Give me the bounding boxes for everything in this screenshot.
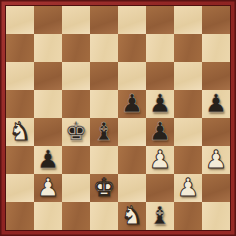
square-h6[interactable] xyxy=(202,62,230,90)
white-pawn[interactable]: ♟ xyxy=(34,174,62,202)
square-e2[interactable] xyxy=(118,174,146,202)
square-a5[interactable] xyxy=(6,90,34,118)
square-h2[interactable] xyxy=(202,174,230,202)
black-pawn[interactable]: ♟ xyxy=(146,118,174,146)
chess-board: ♟♟♟♞♚♝♟♟♟♟♟♚♟♞♝ xyxy=(6,6,230,230)
square-h5[interactable]: ♟ xyxy=(202,90,230,118)
black-bishop[interactable]: ♝ xyxy=(90,118,118,146)
square-a6[interactable] xyxy=(6,62,34,90)
square-c1[interactable] xyxy=(62,202,90,230)
square-b3[interactable]: ♟ xyxy=(34,146,62,174)
square-g1[interactable] xyxy=(174,202,202,230)
chess-board-frame: ♟♟♟♞♚♝♟♟♟♟♟♚♟♞♝ xyxy=(0,0,236,236)
square-d8[interactable] xyxy=(90,6,118,34)
square-d3[interactable] xyxy=(90,146,118,174)
square-b5[interactable] xyxy=(34,90,62,118)
square-g8[interactable] xyxy=(174,6,202,34)
black-bishop[interactable]: ♝ xyxy=(146,202,174,230)
white-knight[interactable]: ♞ xyxy=(6,118,34,146)
square-b6[interactable] xyxy=(34,62,62,90)
square-e8[interactable] xyxy=(118,6,146,34)
square-d7[interactable] xyxy=(90,34,118,62)
black-pawn[interactable]: ♟ xyxy=(118,90,146,118)
square-g5[interactable] xyxy=(174,90,202,118)
square-e3[interactable] xyxy=(118,146,146,174)
white-pawn[interactable]: ♟ xyxy=(174,174,202,202)
square-f1[interactable]: ♝ xyxy=(146,202,174,230)
square-c7[interactable] xyxy=(62,34,90,62)
square-g6[interactable] xyxy=(174,62,202,90)
square-f5[interactable]: ♟ xyxy=(146,90,174,118)
square-a7[interactable] xyxy=(6,34,34,62)
black-pawn[interactable]: ♟ xyxy=(202,90,230,118)
square-c2[interactable] xyxy=(62,174,90,202)
square-e4[interactable] xyxy=(118,118,146,146)
square-a8[interactable] xyxy=(6,6,34,34)
black-king[interactable]: ♚ xyxy=(62,118,90,146)
square-c3[interactable] xyxy=(62,146,90,174)
square-d5[interactable] xyxy=(90,90,118,118)
square-e5[interactable]: ♟ xyxy=(118,90,146,118)
square-g4[interactable] xyxy=(174,118,202,146)
square-h7[interactable] xyxy=(202,34,230,62)
square-g7[interactable] xyxy=(174,34,202,62)
square-c8[interactable] xyxy=(62,6,90,34)
square-e6[interactable] xyxy=(118,62,146,90)
square-g3[interactable] xyxy=(174,146,202,174)
square-d1[interactable] xyxy=(90,202,118,230)
square-b8[interactable] xyxy=(34,6,62,34)
square-d4[interactable]: ♝ xyxy=(90,118,118,146)
square-b7[interactable] xyxy=(34,34,62,62)
square-g2[interactable]: ♟ xyxy=(174,174,202,202)
square-e1[interactable]: ♞ xyxy=(118,202,146,230)
white-pawn[interactable]: ♟ xyxy=(202,146,230,174)
square-f8[interactable] xyxy=(146,6,174,34)
square-b4[interactable] xyxy=(34,118,62,146)
square-f6[interactable] xyxy=(146,62,174,90)
square-c6[interactable] xyxy=(62,62,90,90)
black-pawn[interactable]: ♟ xyxy=(34,146,62,174)
square-f3[interactable]: ♟ xyxy=(146,146,174,174)
square-c5[interactable] xyxy=(62,90,90,118)
square-a3[interactable] xyxy=(6,146,34,174)
black-pawn[interactable]: ♟ xyxy=(146,90,174,118)
square-a1[interactable] xyxy=(6,202,34,230)
square-b2[interactable]: ♟ xyxy=(34,174,62,202)
square-d6[interactable] xyxy=(90,62,118,90)
white-pawn[interactable]: ♟ xyxy=(146,146,174,174)
square-a2[interactable] xyxy=(6,174,34,202)
square-e7[interactable] xyxy=(118,34,146,62)
square-f4[interactable]: ♟ xyxy=(146,118,174,146)
square-a4[interactable]: ♞ xyxy=(6,118,34,146)
square-h1[interactable] xyxy=(202,202,230,230)
square-h8[interactable] xyxy=(202,6,230,34)
square-f2[interactable] xyxy=(146,174,174,202)
square-b1[interactable] xyxy=(34,202,62,230)
square-d2[interactable]: ♚ xyxy=(90,174,118,202)
white-king[interactable]: ♚ xyxy=(90,174,118,202)
square-h4[interactable] xyxy=(202,118,230,146)
square-f7[interactable] xyxy=(146,34,174,62)
square-h3[interactable]: ♟ xyxy=(202,146,230,174)
white-knight[interactable]: ♞ xyxy=(118,202,146,230)
square-c4[interactable]: ♚ xyxy=(62,118,90,146)
